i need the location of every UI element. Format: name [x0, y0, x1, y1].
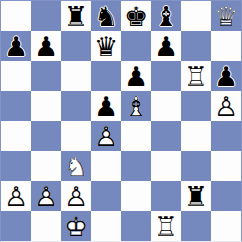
- square-g5[interactable]: [181, 91, 211, 121]
- square-g6[interactable]: ♜♖: [181, 61, 211, 91]
- square-f7[interactable]: ♟: [151, 31, 181, 61]
- chess-board-frame: ♜♞♚♝♛♕♟♟♛♟♟♜♖♟♟♝♗♟♙♟♙♞♘♟♙♟♙♟♙♜♚♔♜♖: [0, 0, 242, 242]
- white-rook-icon[interactable]: ♖: [151, 211, 181, 241]
- white-king-icon: ♚: [61, 211, 91, 241]
- white-pawn-icon: ♟: [91, 121, 121, 151]
- square-e4[interactable]: [121, 121, 151, 151]
- white-pawn-icon[interactable]: ♙: [1, 181, 31, 211]
- square-c4[interactable]: [61, 121, 91, 151]
- square-e2[interactable]: [121, 181, 151, 211]
- square-h4[interactable]: [211, 121, 241, 151]
- square-d7[interactable]: ♛: [91, 31, 121, 61]
- white-rook-icon: ♜: [151, 211, 181, 241]
- square-c6[interactable]: [61, 61, 91, 91]
- square-b3[interactable]: [31, 151, 61, 181]
- white-rook-icon[interactable]: ♖: [181, 61, 211, 91]
- white-pawn-icon[interactable]: ♙: [91, 121, 121, 151]
- square-h2[interactable]: [211, 181, 241, 211]
- square-b8[interactable]: [31, 1, 61, 31]
- black-pawn-icon[interactable]: ♟: [121, 61, 151, 91]
- square-f6[interactable]: [151, 61, 181, 91]
- black-rook-icon[interactable]: ♜: [61, 1, 91, 31]
- white-pawn-icon: ♟: [61, 181, 91, 211]
- square-a5[interactable]: [1, 91, 31, 121]
- black-pawn-icon[interactable]: ♟: [31, 31, 61, 61]
- square-b4[interactable]: [31, 121, 61, 151]
- square-h1[interactable]: [211, 211, 241, 241]
- square-g2[interactable]: ♜: [181, 181, 211, 211]
- square-d3[interactable]: [91, 151, 121, 181]
- square-c8[interactable]: ♜: [61, 1, 91, 31]
- square-f1[interactable]: ♜♖: [151, 211, 181, 241]
- square-b7[interactable]: ♟: [31, 31, 61, 61]
- white-pawn-icon: ♟: [1, 181, 31, 211]
- square-f2[interactable]: [151, 181, 181, 211]
- square-b6[interactable]: [31, 61, 61, 91]
- square-h3[interactable]: [211, 151, 241, 181]
- square-e3[interactable]: [121, 151, 151, 181]
- square-g3[interactable]: [181, 151, 211, 181]
- square-f5[interactable]: [151, 91, 181, 121]
- white-bishop-icon: ♝: [121, 91, 151, 121]
- black-bishop-icon[interactable]: ♝: [151, 1, 181, 31]
- square-d2[interactable]: [91, 181, 121, 211]
- black-rook-icon[interactable]: ♜: [181, 181, 211, 211]
- square-e7[interactable]: [121, 31, 151, 61]
- square-e6[interactable]: ♟: [121, 61, 151, 91]
- square-g8[interactable]: [181, 1, 211, 31]
- square-a8[interactable]: [1, 1, 31, 31]
- square-f4[interactable]: [151, 121, 181, 151]
- black-queen-icon[interactable]: ♛: [91, 31, 121, 61]
- square-h8[interactable]: ♛♕: [211, 1, 241, 31]
- square-a2[interactable]: ♟♙: [1, 181, 31, 211]
- square-c2[interactable]: ♟♙: [61, 181, 91, 211]
- white-rook-icon: ♜: [181, 61, 211, 91]
- white-pawn-icon[interactable]: ♙: [31, 181, 61, 211]
- square-g1[interactable]: [181, 211, 211, 241]
- black-pawn-icon[interactable]: ♟: [91, 91, 121, 121]
- white-pawn-icon[interactable]: ♙: [61, 181, 91, 211]
- square-d4[interactable]: ♟♙: [91, 121, 121, 151]
- square-e8[interactable]: ♚: [121, 1, 151, 31]
- black-pawn-icon[interactable]: ♟: [211, 61, 241, 91]
- square-c1[interactable]: ♚♔: [61, 211, 91, 241]
- square-f3[interactable]: [151, 151, 181, 181]
- square-b5[interactable]: [31, 91, 61, 121]
- black-king-icon[interactable]: ♚: [121, 1, 151, 31]
- square-e5[interactable]: ♝♗: [121, 91, 151, 121]
- square-a4[interactable]: [1, 121, 31, 151]
- square-b1[interactable]: [31, 211, 61, 241]
- white-bishop-icon[interactable]: ♗: [121, 91, 151, 121]
- square-d6[interactable]: [91, 61, 121, 91]
- square-e1[interactable]: [121, 211, 151, 241]
- white-knight-icon: ♞: [61, 151, 91, 181]
- square-c3[interactable]: ♞♘: [61, 151, 91, 181]
- black-knight-icon[interactable]: ♞: [91, 1, 121, 31]
- square-g7[interactable]: [181, 31, 211, 61]
- square-b2[interactable]: ♟♙: [31, 181, 61, 211]
- square-a7[interactable]: ♟: [1, 31, 31, 61]
- white-queen-icon: ♛: [211, 1, 241, 31]
- white-queen-icon[interactable]: ♕: [211, 1, 241, 31]
- square-h5[interactable]: ♟♙: [211, 91, 241, 121]
- square-h6[interactable]: ♟: [211, 61, 241, 91]
- square-d1[interactable]: [91, 211, 121, 241]
- white-pawn-icon: ♟: [31, 181, 61, 211]
- black-pawn-icon[interactable]: ♟: [1, 31, 31, 61]
- square-a3[interactable]: [1, 151, 31, 181]
- square-a6[interactable]: [1, 61, 31, 91]
- white-knight-icon[interactable]: ♘: [61, 151, 91, 181]
- black-pawn-icon[interactable]: ♟: [151, 31, 181, 61]
- square-g4[interactable]: [181, 121, 211, 151]
- square-c7[interactable]: [61, 31, 91, 61]
- square-c5[interactable]: [61, 91, 91, 121]
- white-pawn-icon: ♟: [211, 91, 241, 121]
- white-king-icon[interactable]: ♔: [61, 211, 91, 241]
- square-d5[interactable]: ♟: [91, 91, 121, 121]
- square-f8[interactable]: ♝: [151, 1, 181, 31]
- chess-board: ♜♞♚♝♛♕♟♟♛♟♟♜♖♟♟♝♗♟♙♟♙♞♘♟♙♟♙♟♙♜♚♔♜♖: [1, 1, 241, 241]
- white-pawn-icon[interactable]: ♙: [211, 91, 241, 121]
- square-d8[interactable]: ♞: [91, 1, 121, 31]
- square-a1[interactable]: [1, 211, 31, 241]
- square-h7[interactable]: [211, 31, 241, 61]
